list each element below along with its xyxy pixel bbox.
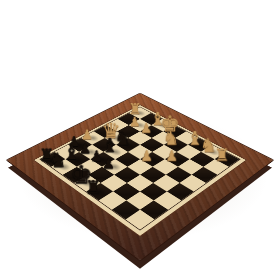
square-a8 (126, 209, 155, 229)
white-knight-d2: ♞ (161, 130, 181, 148)
square-c3: ♟ (165, 152, 190, 167)
chess-set-product-photo: ♜♝♚♝♞♜♟♟♞♟♛♞♟♟♝♟♟♟♟♝♜♞♚♜ (0, 0, 280, 280)
black-knight-g8: ♞ (47, 151, 69, 170)
white-pawn-f2: ♟ (137, 122, 157, 135)
black-pawn-e6: ♟ (98, 156, 120, 170)
square-a1: ♜ (215, 152, 240, 167)
white-pawn-c3: ♟ (161, 149, 182, 162)
black-rook-d8: ♜ (82, 178, 105, 195)
square-b6 (140, 183, 167, 200)
white-pawn-d4: ♟ (136, 149, 157, 162)
white-rook-a1: ♜ (211, 146, 232, 162)
